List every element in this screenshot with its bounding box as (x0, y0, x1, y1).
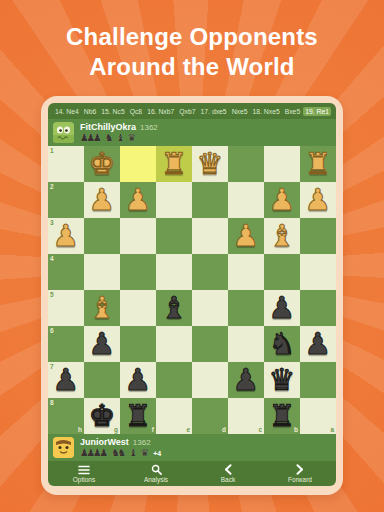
square-h1[interactable]: 1 (48, 146, 84, 182)
square-e1[interactable]: ♜ (156, 146, 192, 182)
square-c3[interactable]: ♟ (228, 218, 264, 254)
black-king-g8: ♚ (89, 398, 116, 434)
analysis-label: Analysis (144, 476, 168, 483)
file-label-f: f (152, 426, 154, 433)
black-pawn-g6: ♟ (89, 326, 116, 362)
move-item-5[interactable]: Qxb7 (177, 107, 197, 116)
square-d8[interactable]: d (192, 398, 228, 434)
move-item-3[interactable]: Qc8 (128, 107, 144, 116)
square-d1[interactable]: ♛ (192, 146, 228, 182)
square-b3[interactable]: ♝ (264, 218, 300, 254)
square-a7[interactable] (300, 362, 336, 398)
black-pawn-a6: ♟ (305, 326, 332, 362)
square-e8[interactable]: e (156, 398, 192, 434)
black-queen-b7: ♛ (269, 362, 296, 398)
rank-label-1: 1 (50, 147, 54, 154)
captured-queen-icon: ♛ (127, 133, 136, 143)
square-d7[interactable] (192, 362, 228, 398)
rank-label-4: 4 (50, 255, 54, 262)
analysis-button[interactable]: Analysis (120, 464, 192, 483)
square-c6[interactable] (228, 326, 264, 362)
white-rook-e1: ♜ (161, 146, 188, 182)
captured-pawn-icon: ♟ (99, 448, 108, 458)
player-rating-bottom: 1362 (133, 438, 151, 447)
player-row-bottom: JuniorWest 1362 ♟♟♟♟♞♞♝♛+4 (48, 434, 336, 461)
forward-label: Forward (288, 476, 312, 483)
square-f7[interactable]: ♟ (120, 362, 156, 398)
options-label: Options (73, 476, 95, 483)
bottom-toolbar: Options Analysis Back Forward (48, 461, 336, 486)
back-label: Back (221, 476, 235, 483)
move-item-10[interactable]: 19. Re1 (303, 107, 331, 116)
square-f4[interactable] (120, 254, 156, 290)
square-e5[interactable]: ♝ (156, 290, 192, 326)
search-icon (151, 464, 162, 475)
captured-tray-top: ♟♟♟♞♝♛ (80, 133, 158, 143)
white-pawn-f2: ♟ (125, 182, 152, 218)
square-c5[interactable] (228, 290, 264, 326)
app-screenshot-card: 14. Ne4Nb615. Nc5Qc816. Nxb7Qxb717. dxe5… (41, 96, 343, 495)
square-g7[interactable] (84, 362, 120, 398)
square-c1[interactable] (228, 146, 264, 182)
file-label-b: b (294, 426, 298, 433)
move-item-2[interactable]: 15. Nc5 (99, 107, 126, 116)
move-item-1[interactable]: Nb6 (82, 107, 98, 116)
player-rating-top: 1362 (140, 123, 158, 132)
square-f6[interactable] (120, 326, 156, 362)
captured-bishop-icon: ♝ (129, 448, 138, 458)
white-pawn-b2: ♟ (269, 182, 296, 218)
square-e2[interactable] (156, 182, 192, 218)
square-f8[interactable]: ♜f (120, 398, 156, 434)
white-pawn-a2: ♟ (305, 182, 332, 218)
black-pawn-f7: ♟ (125, 362, 152, 398)
white-bishop-g5: ♝ (89, 290, 116, 326)
white-rook-a1: ♜ (305, 146, 332, 182)
square-e6[interactable] (156, 326, 192, 362)
square-g1[interactable]: ♚ (84, 146, 120, 182)
black-pawn-h7: ♟ (53, 362, 80, 398)
square-g3[interactable] (84, 218, 120, 254)
captured-pawn-icon: ♟ (93, 133, 102, 143)
white-pawn-h3: ♟ (53, 218, 80, 254)
rank-label-7: 7 (50, 363, 54, 370)
square-f5[interactable] (120, 290, 156, 326)
square-b4[interactable] (264, 254, 300, 290)
square-h7[interactable]: ♟7 (48, 362, 84, 398)
square-a3[interactable] (300, 218, 336, 254)
captured-knight-icon: ♞ (117, 448, 126, 458)
square-d3[interactable] (192, 218, 228, 254)
square-h2[interactable]: 2 (48, 182, 84, 218)
white-pawn-c3: ♟ (233, 218, 260, 254)
square-f3[interactable] (120, 218, 156, 254)
headline-line2: Around the World (0, 52, 384, 82)
square-d5[interactable] (192, 290, 228, 326)
white-king-g1: ♚ (89, 146, 116, 182)
square-e7[interactable] (156, 362, 192, 398)
square-a1[interactable]: ♜ (300, 146, 336, 182)
black-bishop-e5: ♝ (161, 290, 188, 326)
move-list: 14. Ne4Nb615. Nc5Qc816. Nxb7Qxb717. dxe5… (48, 103, 336, 119)
square-f1[interactable] (120, 146, 156, 182)
square-e3[interactable] (156, 218, 192, 254)
player-info-bottom: JuniorWest 1362 ♟♟♟♟♞♞♝♛+4 (80, 437, 161, 458)
white-bishop-b3: ♝ (269, 218, 296, 254)
square-a2[interactable]: ♟ (300, 182, 336, 218)
captured-queen-icon: ♛ (140, 448, 149, 458)
player-name-bottom: JuniorWest (80, 437, 129, 447)
square-a5[interactable] (300, 290, 336, 326)
square-c4[interactable] (228, 254, 264, 290)
square-b7[interactable]: ♛ (264, 362, 300, 398)
file-label-d: d (222, 426, 226, 433)
headline-line1: Challenge Opponents (0, 22, 384, 52)
square-h3[interactable]: ♟3 (48, 218, 84, 254)
square-c7[interactable]: ♟ (228, 362, 264, 398)
move-item-0[interactable]: 14. Ne4 (53, 107, 81, 116)
square-c2[interactable] (228, 182, 264, 218)
square-e4[interactable] (156, 254, 192, 290)
move-item-6[interactable]: 17. dxe5 (199, 107, 229, 116)
square-d6[interactable] (192, 326, 228, 362)
square-d2[interactable] (192, 182, 228, 218)
square-b5[interactable]: ♟ (264, 290, 300, 326)
avatar-top-okra[interactable] (53, 122, 74, 143)
square-a6[interactable]: ♟ (300, 326, 336, 362)
rank-label-8: 8 (50, 399, 54, 406)
headline: Challenge Opponents Around the World (0, 22, 384, 82)
move-item-8[interactable]: 18. Nxe5 (250, 107, 281, 116)
chevron-left-icon (224, 464, 232, 475)
rank-label-3: 3 (50, 219, 54, 226)
black-rook-b8: ♜ (269, 398, 296, 434)
white-queen-d1: ♛ (197, 146, 224, 182)
square-b2[interactable]: ♟ (264, 182, 300, 218)
captured-knight-icon: ♞ (104, 133, 113, 143)
move-item-4[interactable]: 16. Nxb7 (145, 107, 176, 116)
square-g6[interactable]: ♟ (84, 326, 120, 362)
black-pawn-c7: ♟ (233, 362, 260, 398)
white-pawn-g2: ♟ (89, 182, 116, 218)
captured-bishop-icon: ♝ (116, 133, 125, 143)
file-label-c: c (258, 426, 262, 433)
player-row-top: FitChillyOkra 1362 ♟♟♟♞♝♛ (48, 119, 336, 146)
menu-icon (78, 465, 90, 475)
player-name-top: FitChillyOkra (80, 122, 136, 132)
move-item-9[interactable]: Bxe5 (283, 107, 303, 116)
square-b1[interactable] (264, 146, 300, 182)
move-item-7[interactable]: Nxe5 (230, 107, 250, 116)
material-score: +4 (153, 450, 161, 457)
square-g8[interactable]: ♚g (84, 398, 120, 434)
options-button[interactable]: Options (48, 465, 120, 483)
black-rook-f8: ♜ (125, 398, 152, 434)
captured-tray-bottom: ♟♟♟♟♞♞♝♛+4 (80, 448, 161, 458)
forward-button[interactable]: Forward (264, 464, 336, 483)
rank-label-6: 6 (50, 327, 54, 334)
file-label-e: e (186, 426, 190, 433)
square-g4[interactable] (84, 254, 120, 290)
back-button[interactable]: Back (192, 464, 264, 483)
chess-app-frame: 14. Ne4Nb615. Nc5Qc816. Nxb7Qxb717. dxe5… (48, 103, 336, 486)
square-d4[interactable] (192, 254, 228, 290)
square-a4[interactable] (300, 254, 336, 290)
square-h5[interactable]: 5 (48, 290, 84, 326)
file-label-a: a (330, 426, 334, 433)
square-a8[interactable]: a (300, 398, 336, 434)
square-c8[interactable]: c (228, 398, 264, 434)
player-info-top: FitChillyOkra 1362 ♟♟♟♞♝♛ (80, 122, 158, 143)
rank-label-2: 2 (50, 183, 54, 190)
file-label-h: h (78, 426, 82, 433)
square-b8[interactable]: ♜b (264, 398, 300, 434)
file-label-g: g (114, 426, 118, 433)
chevron-right-icon (296, 464, 304, 475)
avatar-bottom-junior[interactable] (53, 437, 74, 458)
rank-label-5: 5 (50, 291, 54, 298)
black-knight-b6: ♞ (269, 326, 296, 362)
square-h4[interactable]: 4 (48, 254, 84, 290)
square-b6[interactable]: ♞ (264, 326, 300, 362)
chess-board: 1♚♜♛♜2♟♟♟♟♟3♟♝45♝♝♟6♟♞♟♟7♟♟♛8h♚g♜fedc♜ba (48, 146, 336, 434)
square-g2[interactable]: ♟ (84, 182, 120, 218)
black-pawn-b5: ♟ (269, 290, 296, 326)
square-h8[interactable]: 8h (48, 398, 84, 434)
square-f2[interactable]: ♟ (120, 182, 156, 218)
square-h6[interactable]: 6 (48, 326, 84, 362)
square-g5[interactable]: ♝ (84, 290, 120, 326)
